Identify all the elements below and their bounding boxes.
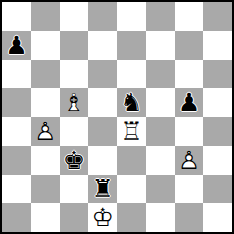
square-b2[interactable] xyxy=(31,175,60,204)
square-c8[interactable] xyxy=(60,2,89,31)
square-f7[interactable] xyxy=(146,31,175,60)
piece-white-pawn: ♟♙ xyxy=(34,119,56,144)
piece-outline-layer: ♙ xyxy=(34,117,56,146)
square-b5[interactable] xyxy=(31,88,60,117)
square-f3[interactable] xyxy=(146,146,175,175)
square-e6[interactable] xyxy=(117,60,146,89)
piece-outline-layer: ♗ xyxy=(63,88,85,117)
square-f5[interactable] xyxy=(146,88,175,117)
square-c7[interactable] xyxy=(60,31,89,60)
square-c5[interactable]: ♝♗ xyxy=(60,88,89,117)
piece-white-rook: ♜♖ xyxy=(120,119,142,144)
square-e2[interactable] xyxy=(117,175,146,204)
square-f4[interactable] xyxy=(146,117,175,146)
square-d5[interactable] xyxy=(88,88,117,117)
piece-black-rook: ♜ xyxy=(91,176,113,201)
square-c3[interactable]: ♚ xyxy=(60,146,89,175)
square-a1[interactable] xyxy=(2,203,31,232)
piece-outline-layer: ♖ xyxy=(120,117,142,146)
square-a3[interactable] xyxy=(2,146,31,175)
square-a4[interactable] xyxy=(2,117,31,146)
square-h3[interactable] xyxy=(203,146,232,175)
square-d6[interactable] xyxy=(88,60,117,89)
piece-white-pawn: ♟♙ xyxy=(178,148,200,173)
piece-black-pawn: ♟ xyxy=(178,90,200,115)
piece-white-king: ♚♔ xyxy=(91,205,113,230)
square-b7[interactable] xyxy=(31,31,60,60)
square-a8[interactable] xyxy=(2,2,31,31)
square-f2[interactable] xyxy=(146,175,175,204)
square-d3[interactable] xyxy=(88,146,117,175)
square-d8[interactable] xyxy=(88,2,117,31)
square-c2[interactable] xyxy=(60,175,89,204)
chess-board: ♟♝♗♞♟♟♙♜♖♚♟♙♜♚♔ xyxy=(0,0,234,234)
square-a2[interactable] xyxy=(2,175,31,204)
square-b4[interactable]: ♟♙ xyxy=(31,117,60,146)
square-g4[interactable] xyxy=(175,117,204,146)
square-e7[interactable] xyxy=(117,31,146,60)
square-g3[interactable]: ♟♙ xyxy=(175,146,204,175)
piece-outline-layer: ♙ xyxy=(178,146,200,175)
square-h2[interactable] xyxy=(203,175,232,204)
square-g7[interactable] xyxy=(175,31,204,60)
square-g6[interactable] xyxy=(175,60,204,89)
square-d1[interactable]: ♚♔ xyxy=(88,203,117,232)
square-e3[interactable] xyxy=(117,146,146,175)
square-c1[interactable] xyxy=(60,203,89,232)
piece-white-bishop: ♝♗ xyxy=(63,90,85,115)
square-c6[interactable] xyxy=(60,60,89,89)
square-f6[interactable] xyxy=(146,60,175,89)
square-b8[interactable] xyxy=(31,2,60,31)
square-h8[interactable] xyxy=(203,2,232,31)
square-g1[interactable] xyxy=(175,203,204,232)
square-h5[interactable] xyxy=(203,88,232,117)
square-e1[interactable] xyxy=(117,203,146,232)
square-g2[interactable] xyxy=(175,175,204,204)
square-h1[interactable] xyxy=(203,203,232,232)
square-f8[interactable] xyxy=(146,2,175,31)
square-g5[interactable]: ♟ xyxy=(175,88,204,117)
square-h4[interactable] xyxy=(203,117,232,146)
square-d7[interactable] xyxy=(88,31,117,60)
piece-outline-layer: ♔ xyxy=(91,203,113,232)
square-a5[interactable] xyxy=(2,88,31,117)
square-f1[interactable] xyxy=(146,203,175,232)
square-a7[interactable]: ♟ xyxy=(2,31,31,60)
square-b6[interactable] xyxy=(31,60,60,89)
piece-black-king: ♚ xyxy=(63,148,85,173)
square-c4[interactable] xyxy=(60,117,89,146)
square-e8[interactable] xyxy=(117,2,146,31)
square-e4[interactable]: ♜♖ xyxy=(117,117,146,146)
square-a6[interactable] xyxy=(2,60,31,89)
square-h7[interactable] xyxy=(203,31,232,60)
square-e5[interactable]: ♞ xyxy=(117,88,146,117)
square-g8[interactable] xyxy=(175,2,204,31)
square-h6[interactable] xyxy=(203,60,232,89)
square-d2[interactable]: ♜ xyxy=(88,175,117,204)
square-b1[interactable] xyxy=(31,203,60,232)
square-d4[interactable] xyxy=(88,117,117,146)
piece-black-pawn: ♟ xyxy=(5,33,27,58)
piece-black-knight: ♞ xyxy=(120,90,142,115)
square-b3[interactable] xyxy=(31,146,60,175)
